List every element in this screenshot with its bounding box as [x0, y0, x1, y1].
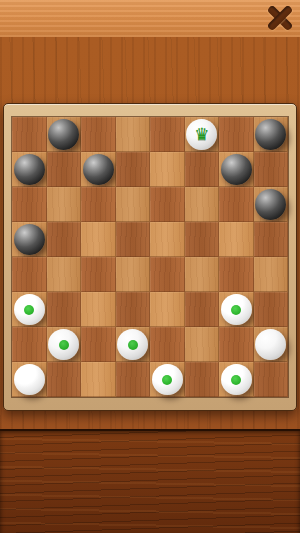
- square-0-4[interactable]: [150, 117, 185, 152]
- square-2-3[interactable]: [116, 187, 151, 222]
- square-2-1[interactable]: [47, 187, 82, 222]
- square-6-2[interactable]: [81, 327, 116, 362]
- board-grid: ♛: [12, 117, 288, 397]
- piece-black-man[interactable]: [14, 224, 45, 255]
- piece-black-man[interactable]: [48, 119, 79, 150]
- square-1-0[interactable]: [12, 152, 47, 187]
- piece-white-man[interactable]: [255, 329, 286, 360]
- square-1-4[interactable]: [150, 152, 185, 187]
- square-3-1[interactable]: [47, 222, 82, 257]
- piece-white-man[interactable]: [14, 294, 45, 325]
- square-2-0[interactable]: [12, 187, 47, 222]
- square-4-3[interactable]: [116, 257, 151, 292]
- close-button[interactable]: [263, 1, 297, 34]
- square-3-5[interactable]: [185, 222, 220, 257]
- square-0-6[interactable]: [219, 117, 254, 152]
- bottom-tray: [0, 429, 300, 533]
- square-2-2[interactable]: [81, 187, 116, 222]
- piece-black-man[interactable]: [83, 154, 114, 185]
- piece-white-man[interactable]: [221, 294, 252, 325]
- piece-black-man[interactable]: [255, 119, 286, 150]
- square-6-7[interactable]: [254, 327, 289, 362]
- square-5-6[interactable]: [219, 292, 254, 327]
- movable-dot: [231, 375, 241, 385]
- square-6-1[interactable]: [47, 327, 82, 362]
- square-6-3[interactable]: [116, 327, 151, 362]
- square-7-4[interactable]: [150, 362, 185, 397]
- square-3-6[interactable]: [219, 222, 254, 257]
- square-5-2[interactable]: [81, 292, 116, 327]
- square-5-5[interactable]: [185, 292, 220, 327]
- king-crown-icon: ♛: [186, 124, 217, 144]
- square-6-4[interactable]: [150, 327, 185, 362]
- top-bar: [0, 0, 300, 37]
- square-4-5[interactable]: [185, 257, 220, 292]
- square-6-6[interactable]: [219, 327, 254, 362]
- square-0-1[interactable]: [47, 117, 82, 152]
- square-4-1[interactable]: [47, 257, 82, 292]
- movable-dot: [128, 340, 138, 350]
- square-7-7[interactable]: [254, 362, 289, 397]
- square-3-2[interactable]: [81, 222, 116, 257]
- square-4-2[interactable]: [81, 257, 116, 292]
- piece-white-king[interactable]: ♛: [186, 119, 217, 150]
- square-6-5[interactable]: [185, 327, 220, 362]
- square-4-4[interactable]: [150, 257, 185, 292]
- square-5-4[interactable]: [150, 292, 185, 327]
- square-5-0[interactable]: [12, 292, 47, 327]
- square-0-7[interactable]: [254, 117, 289, 152]
- square-0-2[interactable]: [81, 117, 116, 152]
- square-5-1[interactable]: [47, 292, 82, 327]
- square-4-6[interactable]: [219, 257, 254, 292]
- square-3-7[interactable]: [254, 222, 289, 257]
- piece-black-man[interactable]: [221, 154, 252, 185]
- square-2-4[interactable]: [150, 187, 185, 222]
- square-1-3[interactable]: [116, 152, 151, 187]
- square-1-6[interactable]: [219, 152, 254, 187]
- square-5-7[interactable]: [254, 292, 289, 327]
- square-1-1[interactable]: [47, 152, 82, 187]
- movable-dot: [162, 375, 172, 385]
- square-7-1[interactable]: [47, 362, 82, 397]
- square-7-2[interactable]: [81, 362, 116, 397]
- square-2-5[interactable]: [185, 187, 220, 222]
- piece-white-man[interactable]: [221, 364, 252, 395]
- square-7-5[interactable]: [185, 362, 220, 397]
- square-7-3[interactable]: [116, 362, 151, 397]
- piece-black-man[interactable]: [255, 189, 286, 220]
- square-4-7[interactable]: [254, 257, 289, 292]
- square-6-0[interactable]: [12, 327, 47, 362]
- square-1-7[interactable]: [254, 152, 289, 187]
- movable-dot: [231, 305, 241, 315]
- square-1-2[interactable]: [81, 152, 116, 187]
- movable-dot: [59, 340, 69, 350]
- square-7-6[interactable]: [219, 362, 254, 397]
- square-0-3[interactable]: [116, 117, 151, 152]
- square-1-5[interactable]: [185, 152, 220, 187]
- square-7-0[interactable]: [12, 362, 47, 397]
- movable-dot: [24, 305, 34, 315]
- square-3-0[interactable]: [12, 222, 47, 257]
- square-0-5[interactable]: ♛: [185, 117, 220, 152]
- square-3-3[interactable]: [116, 222, 151, 257]
- piece-black-man[interactable]: [14, 154, 45, 185]
- square-0-0[interactable]: [12, 117, 47, 152]
- square-4-0[interactable]: [12, 257, 47, 292]
- piece-white-man[interactable]: [14, 364, 45, 395]
- piece-white-man[interactable]: [152, 364, 183, 395]
- square-2-7[interactable]: [254, 187, 289, 222]
- square-5-3[interactable]: [116, 292, 151, 327]
- checkers-board: ♛: [3, 103, 297, 411]
- square-2-6[interactable]: [219, 187, 254, 222]
- square-3-4[interactable]: [150, 222, 185, 257]
- piece-white-man[interactable]: [117, 329, 148, 360]
- piece-white-man[interactable]: [48, 329, 79, 360]
